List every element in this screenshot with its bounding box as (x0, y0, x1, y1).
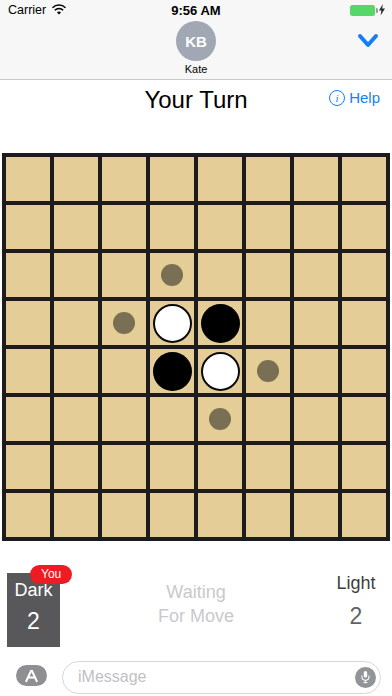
board-cell[interactable] (54, 205, 98, 249)
board-cell[interactable] (246, 253, 290, 297)
board-cell[interactable] (150, 349, 194, 393)
board-cell[interactable] (342, 157, 386, 201)
board-cell[interactable] (198, 157, 242, 201)
board-cell[interactable] (246, 493, 290, 537)
board-cell[interactable] (198, 493, 242, 537)
light-label: Light (320, 573, 392, 594)
board-cell[interactable] (6, 349, 50, 393)
board-cell[interactable] (198, 397, 242, 441)
board-cell[interactable] (6, 445, 50, 489)
charging-bolt-icon (378, 4, 386, 16)
board-cell[interactable] (198, 349, 242, 393)
dictation-button[interactable] (355, 667, 376, 688)
board-cell[interactable] (342, 301, 386, 345)
help-button[interactable]: i Help (329, 89, 380, 106)
legal-move-hint[interactable] (113, 312, 135, 334)
contact-info[interactable]: KB Kate (0, 21, 392, 75)
turn-bar: Your Turn i Help (0, 81, 392, 126)
board-cell[interactable] (6, 397, 50, 441)
board-cell[interactable] (102, 445, 146, 489)
light-disc (201, 352, 240, 391)
board-cell[interactable] (294, 445, 338, 489)
microphone-icon (359, 670, 372, 684)
conversation-header: Carrier 9:56 AM KB Kate (0, 0, 392, 80)
board-cell[interactable] (102, 397, 146, 441)
board-cell[interactable] (294, 301, 338, 345)
imessage-othello-screen: Carrier 9:56 AM KB Kate (0, 0, 392, 696)
board-cell[interactable] (342, 205, 386, 249)
contact-name: Kate (185, 63, 208, 75)
light-disc (153, 304, 192, 343)
board-cell[interactable] (6, 157, 50, 201)
board-cell[interactable] (150, 493, 194, 537)
board-cell[interactable] (6, 301, 50, 345)
light-score: 2 (320, 603, 392, 630)
board-cell[interactable] (342, 397, 386, 441)
board-cell[interactable] (6, 253, 50, 297)
board-cell[interactable] (102, 253, 146, 297)
board-cell[interactable] (150, 253, 194, 297)
battery-icon (350, 5, 375, 16)
board-cell[interactable] (246, 397, 290, 441)
board (2, 153, 390, 541)
message-field[interactable] (62, 661, 381, 694)
board-cell[interactable] (198, 301, 242, 345)
board-cell[interactable] (150, 445, 194, 489)
board-cell[interactable] (150, 157, 194, 201)
board-cell[interactable] (150, 205, 194, 249)
help-label: Help (349, 89, 380, 106)
dark-disc (153, 352, 192, 391)
board-cell[interactable] (54, 445, 98, 489)
board-cell[interactable] (54, 253, 98, 297)
status-bar: Carrier 9:56 AM (0, 0, 392, 20)
board-cell[interactable] (294, 493, 338, 537)
board-cell[interactable] (54, 493, 98, 537)
board-cell[interactable] (6, 205, 50, 249)
board-cell[interactable] (246, 445, 290, 489)
clock: 9:56 AM (0, 3, 392, 18)
board-cell[interactable] (342, 253, 386, 297)
avatar[interactable]: KB (176, 21, 216, 61)
legal-move-hint[interactable] (161, 264, 183, 286)
board-cell[interactable] (294, 397, 338, 441)
light-score-panel: Light 2 (320, 573, 392, 630)
board-cell[interactable] (150, 397, 194, 441)
board-cell[interactable] (6, 493, 50, 537)
board-cell[interactable] (294, 349, 338, 393)
board-cell[interactable] (54, 349, 98, 393)
chevron-down-icon[interactable] (357, 32, 379, 50)
imessage-input-bar (0, 650, 392, 696)
legal-move-hint[interactable] (209, 408, 231, 430)
board-cell[interactable] (342, 445, 386, 489)
board-cell[interactable] (102, 157, 146, 201)
board-cell[interactable] (198, 445, 242, 489)
board-cell[interactable] (246, 349, 290, 393)
board-cell[interactable] (102, 349, 146, 393)
board-cell[interactable] (198, 253, 242, 297)
board-cell[interactable] (54, 301, 98, 345)
board-cell[interactable] (150, 301, 194, 345)
board-cell[interactable] (246, 157, 290, 201)
board-cell[interactable] (198, 205, 242, 249)
info-icon: i (329, 90, 345, 106)
board-cell[interactable] (342, 349, 386, 393)
message-input[interactable] (78, 662, 328, 692)
board-cell[interactable] (102, 493, 146, 537)
board-cell[interactable] (294, 253, 338, 297)
board-cell[interactable] (102, 301, 146, 345)
legal-move-hint[interactable] (257, 360, 279, 382)
dark-disc (201, 304, 240, 343)
board-cell[interactable] (342, 493, 386, 537)
app-store-a-icon (24, 669, 39, 683)
board-cell[interactable] (294, 205, 338, 249)
board-cell[interactable] (246, 301, 290, 345)
scoreboard: Dark 2 You Waiting For Move Light 2 (0, 560, 392, 652)
board-cell[interactable] (294, 157, 338, 201)
board-cell[interactable] (54, 157, 98, 201)
board-cell[interactable] (246, 205, 290, 249)
board-cell[interactable] (102, 205, 146, 249)
app-store-button[interactable] (16, 665, 47, 686)
board-cell[interactable] (54, 397, 98, 441)
